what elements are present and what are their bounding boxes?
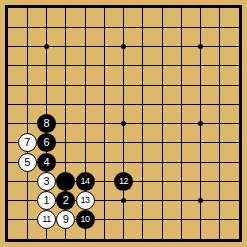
move-number: 1 <box>43 195 49 206</box>
move-number: 4 <box>43 157 49 168</box>
stone-black-8[interactable]: 8 <box>37 114 56 133</box>
stone-black-12[interactable]: 12 <box>114 172 133 191</box>
move-number: 9 <box>63 214 69 225</box>
stone-black-14[interactable]: 14 <box>76 172 95 191</box>
grid-line-vertical <box>219 8 220 239</box>
move-number: 2 <box>63 195 69 206</box>
stone-black-unnumbered[interactable] <box>56 172 75 191</box>
go-diagram: 1234567891011121314 <box>0 0 247 247</box>
move-number: 13 <box>80 196 89 205</box>
hoshi-point <box>44 44 49 49</box>
move-number: 11 <box>42 215 50 224</box>
move-number: 7 <box>24 137 30 148</box>
stone-white-13[interactable]: 13 <box>76 191 95 210</box>
stone-white-3[interactable]: 3 <box>37 172 56 191</box>
stone-white-5[interactable]: 5 <box>18 153 37 172</box>
stone-white-7[interactable]: 7 <box>18 133 37 152</box>
move-number: 5 <box>24 157 30 168</box>
move-number: 12 <box>119 177 128 186</box>
grid-line-vertical <box>142 8 143 239</box>
hoshi-point <box>121 44 126 49</box>
grid-line-vertical <box>162 8 163 239</box>
hoshi-point <box>198 121 203 126</box>
stone-black-4[interactable]: 4 <box>37 153 56 172</box>
go-board[interactable]: 1234567891011121314 <box>0 0 247 247</box>
move-number: 10 <box>80 215 89 224</box>
move-number: 14 <box>80 177 89 186</box>
hoshi-point <box>198 198 203 203</box>
grid-line-vertical <box>181 8 182 239</box>
hoshi-point <box>198 44 203 49</box>
move-number: 3 <box>43 176 49 187</box>
stone-black-10[interactable]: 10 <box>76 210 95 229</box>
move-number: 8 <box>43 118 49 129</box>
stone-white-1[interactable]: 1 <box>37 191 56 210</box>
hoshi-point <box>121 121 126 126</box>
move-number: 6 <box>43 137 49 148</box>
hoshi-point <box>121 198 126 203</box>
